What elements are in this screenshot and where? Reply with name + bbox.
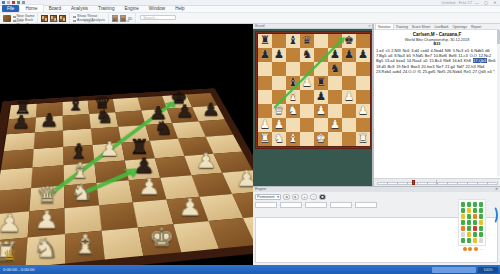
ribbon-tab-analysis[interactable]: Analysis xyxy=(66,5,93,12)
white-pawn-g4[interactable]: ♟ xyxy=(190,150,222,172)
white-pawn-h3[interactable]: ♟ xyxy=(230,168,253,191)
engine-toolbar-button[interactable]: ◂ xyxy=(283,194,290,200)
square-g8[interactable]: ♚ xyxy=(342,34,356,48)
evaluation-tick xyxy=(437,182,438,185)
assessment-dots-grid xyxy=(458,199,487,246)
engine-panel: Engine ✕ Permanent ▾ ◂▸+− ■ ---- xyxy=(253,186,500,265)
black-pawn-b7[interactable]: ♟ xyxy=(272,48,286,62)
square-d2[interactable] xyxy=(99,202,138,230)
square-h1[interactable]: ♜ xyxy=(356,132,370,146)
square-d4[interactable] xyxy=(94,161,128,183)
square-g2[interactable] xyxy=(342,118,356,132)
square-f2[interactable]: ♟ xyxy=(328,118,342,132)
ribbon-group-engine: Show ThreatAssisted AnalysisEngine xyxy=(70,13,108,23)
square-a2[interactable]: ♟ xyxy=(258,118,272,132)
square-c8[interactable]: ♝ xyxy=(62,101,89,116)
engine-field[interactable] xyxy=(280,202,302,208)
black-pawn-h7[interactable]: ♟ xyxy=(356,48,370,62)
square-d4[interactable] xyxy=(300,90,314,104)
square-b5[interactable] xyxy=(272,76,286,90)
square-b2[interactable]: ♟ xyxy=(272,118,286,132)
square-h6[interactable] xyxy=(199,119,234,136)
ribbon: New GameTake BackMove NowGameBoardShow T… xyxy=(0,13,500,24)
assessment-dot xyxy=(479,208,484,213)
assessment-dot xyxy=(467,208,472,213)
white-rook-a1[interactable]: ♜ xyxy=(258,132,272,146)
square-d3[interactable] xyxy=(97,180,133,205)
black-bishop-c8[interactable]: ♝ xyxy=(63,96,89,114)
square-h3[interactable]: ♟ xyxy=(222,170,253,194)
black-bishop-c8[interactable]: ♝ xyxy=(286,34,300,48)
black-knight-f6[interactable]: ♞ xyxy=(149,119,178,139)
board2d-frame: ♜♝♛♚♟♟♞♟♟♟♞♝♟♜♝♟♟♛♞♟♟♟♟♟♜♞♝♚♜ xyxy=(255,31,373,149)
assessment-dot xyxy=(463,247,467,251)
engine-field[interactable] xyxy=(330,202,352,208)
white-knight-c3[interactable]: ♞ xyxy=(65,181,99,205)
square-e1[interactable]: ♚ xyxy=(138,224,181,256)
assessment-dot xyxy=(461,220,466,225)
square-c1[interactable]: ♝ xyxy=(65,231,105,264)
square-b1[interactable]: ♞ xyxy=(272,132,286,146)
white-pawn-e3[interactable]: ♟ xyxy=(132,175,166,199)
square-d8[interactable]: ♛ xyxy=(300,34,314,48)
ribbon-group-label: Engine xyxy=(70,20,107,24)
ribbon-tab-training[interactable]: Training xyxy=(93,5,119,12)
square-e7[interactable] xyxy=(314,48,328,62)
square-d2[interactable] xyxy=(300,118,314,132)
white-queen-b3[interactable]: ♛ xyxy=(30,184,65,208)
assessment-dot xyxy=(461,208,466,213)
square-b4[interactable] xyxy=(272,90,286,104)
checkbox-icon[interactable] xyxy=(13,16,16,19)
square-f1[interactable] xyxy=(328,132,342,146)
assessment-dot xyxy=(473,214,478,219)
black-pawn-e4[interactable]: ♟ xyxy=(314,90,328,104)
engine-field[interactable] xyxy=(355,202,377,208)
square-h4[interactable] xyxy=(356,90,370,104)
board3d-panel: ♜♝♛♚♟♟♞♟♟♟♞♝♟♜♝♟♟♛♞♟♟♟♟♟♜♞♝♚♜ ♕ xyxy=(0,24,253,265)
assessment-dot xyxy=(474,247,478,251)
square-f4[interactable] xyxy=(328,90,342,104)
evaluation-bar xyxy=(374,178,500,186)
evaluation-tick xyxy=(447,182,448,185)
chevron-down-icon: ▾ xyxy=(277,195,279,199)
minimize-button[interactable]: — xyxy=(473,0,481,5)
assessment-dot xyxy=(479,202,484,207)
board2d-panel: Board ✕ ♜♝♛♚♟♟♞♟♟♟♞♝♟♜♝♟♟♛♞♟♟♟♟♟♜♞♝♚♜ xyxy=(253,24,373,186)
assessment-dot xyxy=(467,226,472,231)
assessment-dot xyxy=(467,238,472,243)
square-e6[interactable] xyxy=(314,62,328,76)
white-knight-c3[interactable]: ♞ xyxy=(286,104,300,118)
assessment-dot xyxy=(468,247,472,251)
notation-tab-notation[interactable]: Notation xyxy=(375,23,394,29)
board-panel-title: Board xyxy=(255,24,265,28)
square-e2[interactable] xyxy=(314,118,328,132)
assessment-dot xyxy=(473,202,478,207)
board2d[interactable]: ♜♝♛♚♟♟♞♟♟♟♞♝♟♜♝♟♟♛♞♟♟♟♟♟♜♞♝♚♜ xyxy=(258,34,370,146)
white-king-e1[interactable]: ♚ xyxy=(143,224,181,251)
square-h5[interactable] xyxy=(356,76,370,90)
ribbon-group-game: New GameTake BackMove NowGame xyxy=(0,13,38,23)
square-a6[interactable] xyxy=(4,132,35,151)
square-b5[interactable] xyxy=(32,147,63,168)
square-e8[interactable] xyxy=(314,34,328,48)
assessment-dots-footer: ---- xyxy=(463,247,484,251)
white-pawn-d5[interactable]: ♟ xyxy=(300,76,314,90)
square-a7[interactable]: ♟ xyxy=(6,117,36,134)
white-pawn-f2[interactable]: ♟ xyxy=(328,118,342,132)
square-h2[interactable] xyxy=(232,191,253,218)
square-h7[interactable]: ♟ xyxy=(356,48,370,62)
evaluation-tick xyxy=(417,182,418,185)
black-king-g8[interactable]: ♚ xyxy=(342,34,356,48)
evaluation-tick xyxy=(477,182,478,185)
square-a8[interactable]: ♜ xyxy=(258,34,272,48)
close-button[interactable]: ✕ xyxy=(491,0,499,5)
evaluation-tick xyxy=(487,182,488,185)
evaluation-tick xyxy=(397,182,398,185)
square-c4[interactable]: ♝ xyxy=(286,90,300,104)
square-c2[interactable] xyxy=(286,118,300,132)
ribbon-tab-window[interactable]: Window xyxy=(144,5,170,12)
engine-field[interactable] xyxy=(255,202,277,208)
checkbox-icon[interactable] xyxy=(73,16,76,19)
engine-mode-dropdown[interactable]: Permanent ▾ xyxy=(255,194,281,200)
engine-field[interactable] xyxy=(305,202,327,208)
square-f6[interactable]: ♞ xyxy=(328,62,342,76)
assessment-dot xyxy=(467,220,472,225)
white-knight-b1[interactable]: ♞ xyxy=(26,235,66,263)
square-g5[interactable] xyxy=(342,76,356,90)
ribbon-group-label: Board xyxy=(38,20,69,24)
evaluation-tick xyxy=(427,182,428,185)
black-pawn-b7[interactable]: ♟ xyxy=(35,111,63,130)
square-c6[interactable] xyxy=(286,62,300,76)
assessment-dot xyxy=(467,214,472,219)
square-b7[interactable]: ♟ xyxy=(35,116,63,133)
assessment-dot xyxy=(461,202,466,207)
square-g1[interactable] xyxy=(342,132,356,146)
status-bar: 0:00:00 - 0:00:00 100% xyxy=(0,265,500,274)
square-e1[interactable]: ♚ xyxy=(314,132,328,146)
square-c3[interactable]: ♞ xyxy=(286,104,300,118)
engine-mode-value: Permanent xyxy=(257,195,275,199)
fritz-crown-logo: ♕ xyxy=(3,247,16,263)
square-h3[interactable]: ♟ xyxy=(356,104,370,118)
square-e4[interactable]: ♟ xyxy=(314,90,328,104)
assessment-dot xyxy=(461,238,466,243)
black-knight-d7[interactable]: ♞ xyxy=(91,108,118,127)
square-d5[interactable]: ♟ xyxy=(300,76,314,90)
black-bishop-c5[interactable]: ♝ xyxy=(286,76,300,90)
square-d1[interactable] xyxy=(300,132,314,146)
square-d6[interactable] xyxy=(300,62,314,76)
square-f2[interactable]: ♟ xyxy=(166,197,208,224)
quick-access-icon[interactable] xyxy=(7,1,10,4)
quick-access-icon[interactable] xyxy=(2,1,5,4)
ribbon-tab-file[interactable]: File xyxy=(2,5,19,12)
assessment-dot xyxy=(461,226,466,231)
notation-panel: NotationTrainingScore SheetLiveBookOpeni… xyxy=(373,24,500,186)
ribbon-tab-help[interactable]: Help xyxy=(170,5,189,12)
assessment-dot xyxy=(461,214,466,219)
square-e3[interactable]: ♟ xyxy=(314,104,328,118)
black-pawn-a7[interactable]: ♟ xyxy=(7,113,35,132)
ribbon-tab-home[interactable]: Home xyxy=(19,4,43,12)
notation-tab-score-sheet[interactable]: Score Sheet xyxy=(410,24,433,29)
progress-gauge-icon xyxy=(487,205,498,225)
square-d1[interactable] xyxy=(102,227,144,259)
status-zoom: 100% xyxy=(478,267,498,273)
clock-display: 0:00:00 - 0:00:00 xyxy=(0,267,35,272)
square-h6[interactable] xyxy=(356,62,370,76)
white-bishop-c1[interactable]: ♝ xyxy=(286,132,300,146)
square-b3[interactable]: ♛ xyxy=(272,104,286,118)
assessment-dot xyxy=(467,202,472,207)
ribbon-group-board: Board xyxy=(38,13,70,23)
square-h2[interactable] xyxy=(356,118,370,132)
ribbon-group-3d-board: 3D3D Board xyxy=(109,13,137,23)
assessment-dot xyxy=(479,214,484,219)
white-knight-b1[interactable]: ♞ xyxy=(272,132,286,146)
white-rook-h1[interactable]: ♜ xyxy=(356,132,370,146)
ribbon-tab-board[interactable]: Board xyxy=(44,5,66,12)
square-b7[interactable]: ♟ xyxy=(272,48,286,62)
black-pawn-h7[interactable]: ♟ xyxy=(197,101,224,119)
white-pawn-d5[interactable]: ♟ xyxy=(94,139,124,160)
black-queen-d8[interactable]: ♛ xyxy=(300,34,314,48)
notation-tab-strip: NotationTrainingScore SheetLiveBookOpeni… xyxy=(374,24,500,30)
white-king-e1[interactable]: ♚ xyxy=(314,132,328,146)
assessment-dot xyxy=(473,220,478,225)
engine-toolbar-button[interactable]: ▸ xyxy=(292,194,299,200)
square-a3[interactable] xyxy=(258,104,272,118)
square-a7[interactable]: ♟ xyxy=(258,48,272,62)
dots-footer-text: ---- xyxy=(479,247,484,251)
square-g6[interactable] xyxy=(342,62,356,76)
square-d7[interactable]: ♞ xyxy=(300,48,314,62)
square-g4[interactable]: ♟ xyxy=(342,90,356,104)
square-c7[interactable] xyxy=(286,48,300,62)
game-players: Carlsen,M - Caruana,F xyxy=(374,32,500,37)
square-f3[interactable] xyxy=(328,104,342,118)
square-f7[interactable]: ♟ xyxy=(328,48,342,62)
assessment-dot xyxy=(473,226,478,231)
square-b8[interactable] xyxy=(272,34,286,48)
square-e5[interactable]: ♜ xyxy=(314,76,328,90)
white-pawn-e3[interactable]: ♟ xyxy=(314,104,328,118)
white-pawn-b2[interactable]: ♟ xyxy=(28,207,65,233)
engine-panel-title: Engine xyxy=(255,187,266,192)
assessment-dot xyxy=(473,238,478,243)
square-c3[interactable]: ♞ xyxy=(64,183,99,208)
black-pawn-a7[interactable]: ♟ xyxy=(258,48,272,62)
white-bishop-c4[interactable]: ♝ xyxy=(286,90,300,104)
black-pawn-f7[interactable]: ♟ xyxy=(328,48,342,62)
evaluation-tick xyxy=(467,182,468,185)
evaluation-tick xyxy=(387,182,388,185)
square-c8[interactable]: ♝ xyxy=(286,34,300,48)
white-pawn-h3[interactable]: ♟ xyxy=(356,104,370,118)
assessment-dot xyxy=(473,208,478,213)
engine-panel-close-icon[interactable]: ✕ xyxy=(495,187,498,192)
square-d3[interactable] xyxy=(300,104,314,118)
quick-access-icon[interactable] xyxy=(12,1,15,4)
ribbon-group-label: Game xyxy=(0,20,37,24)
square-g3[interactable] xyxy=(342,104,356,118)
square-a4[interactable] xyxy=(258,90,272,104)
engine-toolbar-button[interactable]: − xyxy=(310,194,317,200)
notation-tab-livebook[interactable]: LiveBook xyxy=(432,24,450,29)
black-knight-d7[interactable]: ♞ xyxy=(300,48,314,62)
ribbon-group-label: 3D Board xyxy=(109,20,136,24)
black-rook-a8[interactable]: ♜ xyxy=(258,34,272,48)
assessment-dot xyxy=(479,226,484,231)
maximize-button[interactable]: ▢ xyxy=(482,0,490,5)
assessment-dot xyxy=(461,232,466,237)
square-a6[interactable] xyxy=(258,62,272,76)
black-pawn-g7[interactable]: ♟ xyxy=(342,48,356,62)
square-c1[interactable]: ♝ xyxy=(286,132,300,146)
black-knight-f6[interactable]: ♞ xyxy=(328,62,342,76)
board3d[interactable]: ♜♝♛♚♟♟♞♟♟♟♞♝♟♜♝♟♟♛♞♟♟♟♟♟♜♞♝♚♜ xyxy=(0,88,253,265)
board-panel-close-icon[interactable]: ✕ xyxy=(368,24,371,28)
square-f5[interactable] xyxy=(328,76,342,90)
square-a4[interactable] xyxy=(0,168,32,191)
black-rook-e5[interactable]: ♜ xyxy=(314,76,328,90)
notation-tab-openings[interactable]: Openings xyxy=(450,24,469,29)
square-a1[interactable]: ♜ xyxy=(258,132,272,146)
game-event: World Blitz Championship, 30.12.2018 xyxy=(374,38,500,42)
notation-tab-training[interactable]: Training xyxy=(394,24,410,29)
white-pawn-a2[interactable]: ♟ xyxy=(0,211,28,237)
white-pawn-b2[interactable]: ♟ xyxy=(272,118,286,132)
engine-toolbar-button[interactable]: + xyxy=(301,194,308,200)
square-g4[interactable]: ♟ xyxy=(184,154,222,175)
white-bishop-c1[interactable]: ♝ xyxy=(66,231,105,259)
assessment-dot xyxy=(479,232,484,237)
evaluation-marker[interactable] xyxy=(412,180,415,186)
square-d5[interactable]: ♟ xyxy=(93,143,125,163)
white-pawn-a2[interactable]: ♟ xyxy=(258,118,272,132)
square-c5[interactable]: ♝ xyxy=(286,76,300,90)
square-g7[interactable]: ♟ xyxy=(342,48,356,62)
ribbon-tab-engine[interactable]: Engine xyxy=(119,5,143,12)
square-h8[interactable] xyxy=(356,34,370,48)
square-b1[interactable]: ♞ xyxy=(26,234,66,265)
ribbon-tab-strip: FileHomeBoardAnalysisTrainingEngineWindo… xyxy=(0,6,500,13)
evaluation-tick xyxy=(457,182,458,185)
white-pawn-g4[interactable]: ♟ xyxy=(342,90,356,104)
square-f8[interactable] xyxy=(328,34,342,48)
engine-stop-button[interactable]: ■ xyxy=(319,194,326,200)
square-e3[interactable]: ♟ xyxy=(129,178,167,203)
square-a5[interactable] xyxy=(258,76,272,90)
white-queen-b3[interactable]: ♛ xyxy=(272,104,286,118)
status-progress xyxy=(432,267,476,273)
move-list[interactable]: 1.e4 c5 2.Nf3 Nc6 3.d4 cxd4 4.Nxd4 Nf6 5… xyxy=(374,46,500,74)
assessment-dot xyxy=(479,220,484,225)
white-pawn-f2[interactable]: ♟ xyxy=(172,195,208,220)
square-d7[interactable]: ♞ xyxy=(89,112,118,128)
assessment-dot xyxy=(473,232,478,237)
search-input[interactable]: Search... xyxy=(140,15,176,20)
assessment-dot xyxy=(467,232,472,237)
notation-tab-report[interactable]: Report xyxy=(469,24,483,29)
evaluation-tick xyxy=(407,182,408,185)
square-b6[interactable] xyxy=(272,62,286,76)
assessment-dot xyxy=(479,238,484,243)
